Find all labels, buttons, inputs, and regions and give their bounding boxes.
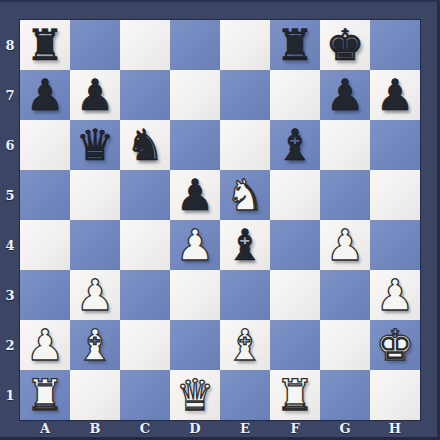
square-a3[interactable] [20, 270, 70, 320]
piece-white-pawn-d4[interactable]: ♟ [176, 220, 215, 270]
square-f6[interactable]: ♝ [270, 120, 320, 170]
piece-white-bishop-e2[interactable]: ♝ [226, 320, 265, 370]
square-f3[interactable] [270, 270, 320, 320]
square-h7[interactable]: ♟ [370, 70, 420, 120]
rank-labels: 87654321 [0, 20, 20, 420]
square-d3[interactable] [170, 270, 220, 320]
square-f5[interactable] [270, 170, 320, 220]
square-g2[interactable] [320, 320, 370, 370]
square-h4[interactable] [370, 220, 420, 270]
square-g8[interactable]: ♚ [320, 20, 370, 70]
square-d2[interactable] [170, 320, 220, 370]
square-b6[interactable]: ♛ [70, 120, 120, 170]
piece-black-rook-f8[interactable]: ♜ [276, 20, 315, 70]
square-h3[interactable]: ♟ [370, 270, 420, 320]
square-d7[interactable] [170, 70, 220, 120]
file-label-f: F [270, 420, 320, 437]
square-a8[interactable]: ♜ [20, 20, 70, 70]
square-c8[interactable] [120, 20, 170, 70]
square-c7[interactable] [120, 70, 170, 120]
square-b7[interactable]: ♟ [70, 70, 120, 120]
piece-white-king-h2[interactable]: ♚ [376, 320, 415, 370]
file-label-d: D [170, 420, 220, 437]
square-c1[interactable] [120, 370, 170, 420]
square-h5[interactable] [370, 170, 420, 220]
square-b1[interactable] [70, 370, 120, 420]
square-c6[interactable]: ♞ [120, 120, 170, 170]
square-h8[interactable] [370, 20, 420, 70]
square-c5[interactable] [120, 170, 170, 220]
square-b2[interactable]: ♝ [70, 320, 120, 370]
file-label-a: A [20, 420, 70, 437]
square-c4[interactable] [120, 220, 170, 270]
piece-white-pawn-h3[interactable]: ♟ [376, 270, 415, 320]
square-a2[interactable]: ♟ [20, 320, 70, 370]
piece-black-pawn-g7[interactable]: ♟ [326, 70, 365, 120]
square-d4[interactable]: ♟ [170, 220, 220, 270]
square-d6[interactable] [170, 120, 220, 170]
square-e6[interactable] [220, 120, 270, 170]
square-a6[interactable] [20, 120, 70, 170]
rank-label-6: 6 [0, 120, 20, 170]
piece-white-pawn-b3[interactable]: ♟ [76, 270, 115, 320]
piece-white-rook-a1[interactable]: ♜ [26, 370, 65, 420]
square-c3[interactable] [120, 270, 170, 320]
file-labels: ABCDEFGH [20, 420, 420, 437]
rank-label-4: 4 [0, 220, 20, 270]
square-d1[interactable]: ♛ [170, 370, 220, 420]
square-b3[interactable]: ♟ [70, 270, 120, 320]
rank-label-1: 1 [0, 370, 20, 420]
square-g7[interactable]: ♟ [320, 70, 370, 120]
square-e7[interactable] [220, 70, 270, 120]
square-a1[interactable]: ♜ [20, 370, 70, 420]
square-f7[interactable] [270, 70, 320, 120]
square-c2[interactable] [120, 320, 170, 370]
rank-label-7: 7 [0, 70, 20, 120]
piece-black-bishop-f6[interactable]: ♝ [276, 120, 315, 170]
square-e8[interactable] [220, 20, 270, 70]
piece-black-pawn-h7[interactable]: ♟ [376, 70, 415, 120]
square-f8[interactable]: ♜ [270, 20, 320, 70]
square-e2[interactable]: ♝ [220, 320, 270, 370]
square-e4[interactable]: ♝ [220, 220, 270, 270]
square-f1[interactable]: ♜ [270, 370, 320, 420]
piece-black-pawn-a7[interactable]: ♟ [26, 70, 65, 120]
square-g3[interactable] [320, 270, 370, 320]
piece-black-king-g8[interactable]: ♚ [326, 20, 365, 70]
square-e1[interactable] [220, 370, 270, 420]
piece-black-queen-b6[interactable]: ♛ [76, 120, 115, 170]
square-g1[interactable] [320, 370, 370, 420]
square-b8[interactable] [70, 20, 120, 70]
piece-white-bishop-b2[interactable]: ♝ [76, 320, 115, 370]
piece-black-pawn-b7[interactable]: ♟ [76, 70, 115, 120]
piece-white-knight-e5[interactable]: ♞ [226, 170, 265, 220]
rank-label-2: 2 [0, 320, 20, 370]
square-f4[interactable] [270, 220, 320, 270]
piece-black-pawn-d5[interactable]: ♟ [176, 170, 215, 220]
file-label-g: G [320, 420, 370, 437]
square-h1[interactable] [370, 370, 420, 420]
square-d5[interactable]: ♟ [170, 170, 220, 220]
rank-label-5: 5 [0, 170, 20, 220]
piece-white-pawn-a2[interactable]: ♟ [26, 320, 65, 370]
square-e3[interactable] [220, 270, 270, 320]
square-e5[interactable]: ♞ [220, 170, 270, 220]
piece-white-rook-f1[interactable]: ♜ [276, 370, 315, 420]
piece-white-queen-d1[interactable]: ♛ [176, 370, 215, 420]
square-a7[interactable]: ♟ [20, 70, 70, 120]
square-f2[interactable] [270, 320, 320, 370]
file-label-e: E [220, 420, 270, 437]
square-b4[interactable] [70, 220, 120, 270]
rank-label-8: 8 [0, 20, 20, 70]
file-label-c: C [120, 420, 170, 437]
chess-board-frame: 87654321 ABCDEFGH ♜♜♚♟♟♟♟♛♞♝♟♞♟♝♟♟♟♟♝♝♚♜… [0, 0, 440, 440]
piece-white-pawn-g4[interactable]: ♟ [326, 220, 365, 270]
square-d8[interactable] [170, 20, 220, 70]
file-label-h: H [370, 420, 420, 437]
square-a5[interactable] [20, 170, 70, 220]
piece-black-rook-a8[interactable]: ♜ [26, 20, 65, 70]
square-h6[interactable] [370, 120, 420, 170]
chess-board[interactable]: ♜♜♚♟♟♟♟♛♞♝♟♞♟♝♟♟♟♟♝♝♚♜♛♜ [20, 20, 420, 420]
square-h2[interactable]: ♚ [370, 320, 420, 370]
square-g5[interactable] [320, 170, 370, 220]
square-b5[interactable] [70, 170, 120, 220]
piece-black-bishop-e4[interactable]: ♝ [226, 220, 265, 270]
square-a4[interactable] [20, 220, 70, 270]
file-label-b: B [70, 420, 120, 437]
square-g6[interactable] [320, 120, 370, 170]
piece-black-knight-c6[interactable]: ♞ [126, 120, 165, 170]
square-g4[interactable]: ♟ [320, 220, 370, 270]
rank-label-3: 3 [0, 270, 20, 320]
